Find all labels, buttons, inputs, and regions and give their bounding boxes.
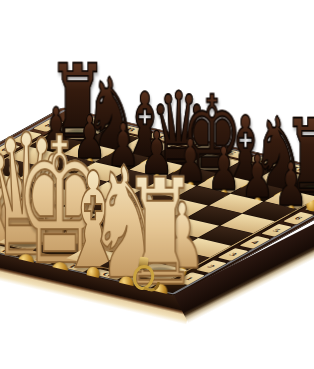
brass-clasp (128, 257, 160, 295)
chess-set-product-photo: ABCDEFGH 87654321 87654321 ABCDEFGH ♜♞♝♛… (0, 0, 314, 369)
clasp-hook (143, 278, 160, 294)
